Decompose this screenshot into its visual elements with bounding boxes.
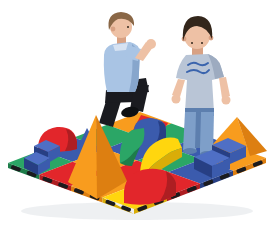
softplay-scene	[0, 0, 270, 234]
right-boy-eye-left	[191, 42, 193, 44]
right-boy-forearm-left	[219, 77, 230, 98]
right-boy-hand-right	[172, 95, 181, 104]
right-boy-cuff-left	[183, 148, 197, 154]
left-boy-eye	[127, 26, 129, 28]
right-boy-forearm-right	[172, 79, 185, 97]
right-boy-eye-right	[201, 42, 203, 44]
left-boy-fist	[146, 39, 156, 49]
child-left	[99, 12, 156, 127]
right-boy-jeans-leg-right	[200, 112, 214, 155]
photo-stage	[0, 0, 270, 234]
right-boy-hand-left	[222, 96, 231, 105]
right-boy-jeans-seam	[195, 112, 201, 148]
left-boy-ear	[111, 27, 116, 32]
